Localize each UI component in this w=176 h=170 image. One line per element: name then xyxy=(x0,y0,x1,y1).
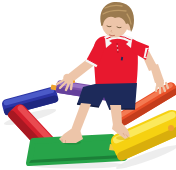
placket-button-2 xyxy=(117,49,118,50)
photo-frame: Toddler with light brown hair, wearing a… xyxy=(0,0,176,170)
placket-button-1 xyxy=(117,45,118,46)
connector-cap-yellow-end xyxy=(168,125,174,131)
scene-photo: Toddler with light brown hair, wearing a… xyxy=(0,0,176,170)
